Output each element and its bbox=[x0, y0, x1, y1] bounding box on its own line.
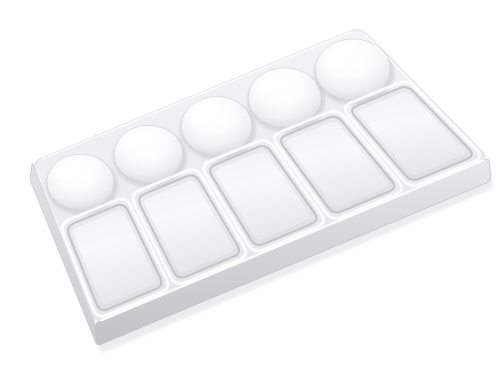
palette-tray bbox=[30, 29, 493, 352]
round-well-2-glint bbox=[130, 136, 141, 143]
round-well-4-glint bbox=[265, 79, 277, 86]
round-well-1-glint bbox=[62, 165, 73, 172]
paint-palette-photo bbox=[0, 0, 500, 375]
round-well-5-glint bbox=[333, 50, 345, 57]
photo-background bbox=[0, 0, 500, 375]
round-well-3-glint bbox=[197, 107, 208, 114]
